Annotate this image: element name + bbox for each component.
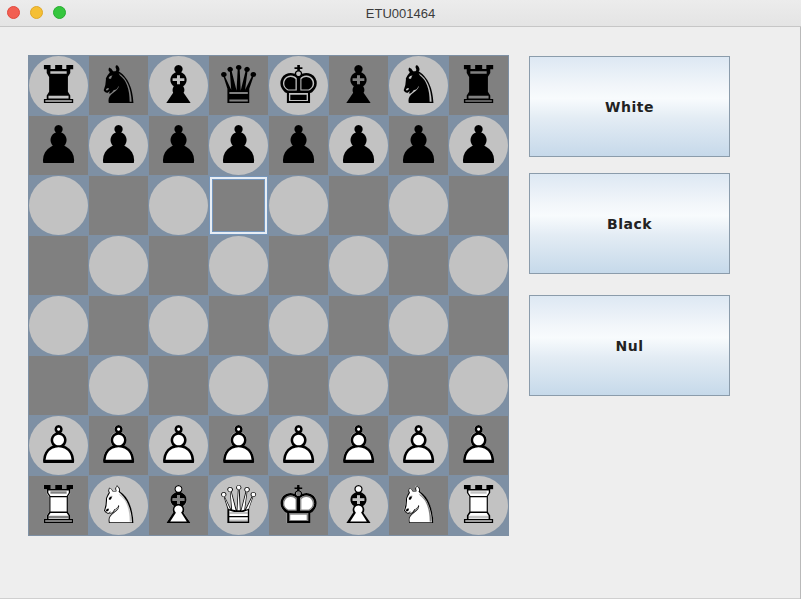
square-g8[interactable]: ♞︎ [389,56,448,115]
piece-white-knight[interactable]: ♘︎ [89,476,148,535]
square-e7[interactable]: ♟︎ [269,116,328,175]
square-c1[interactable]: ♝︎♗︎ [149,476,208,535]
piece-black-pawn[interactable]: ♟︎ [89,116,148,175]
square-b3[interactable] [89,356,148,415]
piece-black-pawn[interactable]: ♟︎ [329,116,388,175]
window-title: ETU001464 [0,0,801,26]
square-f8[interactable]: ♝︎ [329,56,388,115]
square-d5[interactable] [209,236,268,295]
square-d8[interactable]: ♛︎ [209,56,268,115]
piece-white-rook[interactable]: ♖︎ [449,476,508,535]
square-d3[interactable] [209,356,268,415]
square-c8[interactable]: ♝︎ [149,56,208,115]
piece-black-rook[interactable]: ♜︎ [449,56,508,115]
piece-white-pawn[interactable]: ♙︎ [269,416,328,475]
square-g5[interactable] [389,236,448,295]
square-a4[interactable] [29,296,88,355]
square-e2[interactable]: ♟︎♙︎ [269,416,328,475]
piece-white-pawn[interactable]: ♙︎ [389,416,448,475]
square-f6[interactable] [329,176,388,235]
square-d4[interactable] [209,296,268,355]
piece-black-knight[interactable]: ♞︎ [389,56,448,115]
piece-white-king[interactable]: ♔︎ [269,476,328,535]
square-g6[interactable] [389,176,448,235]
chess-board: ♜︎♞︎♝︎♛︎♚︎♝︎♞︎♜︎♟︎♟︎♟︎♟︎♟︎♟︎♟︎♟︎♟︎♙︎♟︎♙︎… [28,55,509,536]
square-f2[interactable]: ♟︎♙︎ [329,416,388,475]
piece-black-knight[interactable]: ♞︎ [89,56,148,115]
square-c3[interactable] [149,356,208,415]
square-a3[interactable] [29,356,88,415]
square-f1[interactable]: ♝︎♗︎ [329,476,388,535]
square-c2[interactable]: ♟︎♙︎ [149,416,208,475]
square-a7[interactable]: ♟︎ [29,116,88,175]
square-b8[interactable]: ♞︎ [89,56,148,115]
square-g7[interactable]: ♟︎ [389,116,448,175]
app-window: ETU001464 ♜︎♞︎♝︎♛︎♚︎♝︎♞︎♜︎♟︎♟︎♟︎♟︎♟︎♟︎♟︎… [0,0,801,599]
piece-white-rook[interactable]: ♖︎ [29,476,88,535]
piece-black-queen[interactable]: ♛︎ [209,56,268,115]
square-h1[interactable]: ♜︎♖︎ [449,476,508,535]
piece-white-pawn[interactable]: ♙︎ [329,416,388,475]
square-b5[interactable] [89,236,148,295]
square-e5[interactable] [269,236,328,295]
square-a2[interactable]: ♟︎♙︎ [29,416,88,475]
square-b7[interactable]: ♟︎ [89,116,148,175]
piece-white-queen[interactable]: ♕︎ [209,476,268,535]
square-e4[interactable] [269,296,328,355]
square-h7[interactable]: ♟︎ [449,116,508,175]
square-b2[interactable]: ♟︎♙︎ [89,416,148,475]
square-h5[interactable] [449,236,508,295]
square-d2[interactable]: ♟︎♙︎ [209,416,268,475]
title-bar: ETU001464 [0,0,801,27]
piece-white-pawn[interactable]: ♙︎ [149,416,208,475]
piece-black-bishop[interactable]: ♝︎ [149,56,208,115]
black-button[interactable]: Black [529,173,730,274]
square-h6[interactable] [449,176,508,235]
piece-black-bishop[interactable]: ♝︎ [329,56,388,115]
piece-white-bishop[interactable]: ♗︎ [329,476,388,535]
piece-black-pawn[interactable]: ♟︎ [149,116,208,175]
square-h4[interactable] [449,296,508,355]
piece-white-pawn[interactable]: ♙︎ [209,416,268,475]
square-e3[interactable] [269,356,328,415]
square-e8[interactable]: ♚︎ [269,56,328,115]
piece-black-pawn[interactable]: ♟︎ [269,116,328,175]
square-c6[interactable] [149,176,208,235]
piece-white-knight[interactable]: ♘︎ [389,476,448,535]
piece-white-bishop[interactable]: ♗︎ [149,476,208,535]
square-a1[interactable]: ♜︎♖︎ [29,476,88,535]
square-a5[interactable] [29,236,88,295]
square-b1[interactable]: ♞︎♘︎ [89,476,148,535]
square-a6[interactable] [29,176,88,235]
square-h8[interactable]: ♜︎ [449,56,508,115]
square-c5[interactable] [149,236,208,295]
square-c4[interactable] [149,296,208,355]
piece-white-pawn[interactable]: ♙︎ [449,416,508,475]
square-e1[interactable]: ♚︎♔︎ [269,476,328,535]
square-c7[interactable]: ♟︎ [149,116,208,175]
square-f7[interactable]: ♟︎ [329,116,388,175]
square-d6[interactable] [209,176,268,235]
piece-black-king[interactable]: ♚︎ [269,56,328,115]
square-g1[interactable]: ♞︎♘︎ [389,476,448,535]
piece-black-pawn[interactable]: ♟︎ [209,116,268,175]
square-a8[interactable]: ♜︎ [29,56,88,115]
square-g2[interactable]: ♟︎♙︎ [389,416,448,475]
white-button[interactable]: White [529,56,730,157]
square-b6[interactable] [89,176,148,235]
square-h2[interactable]: ♟︎♙︎ [449,416,508,475]
square-d1[interactable]: ♛︎♕︎ [209,476,268,535]
piece-black-pawn[interactable]: ♟︎ [389,116,448,175]
square-g3[interactable] [389,356,448,415]
piece-white-pawn[interactable]: ♙︎ [89,416,148,475]
square-g4[interactable] [389,296,448,355]
nul-button[interactable]: Nul [529,295,730,396]
square-f3[interactable] [329,356,388,415]
square-f5[interactable] [329,236,388,295]
square-d7[interactable]: ♟︎ [209,116,268,175]
square-e6[interactable] [269,176,328,235]
square-h3[interactable] [449,356,508,415]
piece-black-rook[interactable]: ♜︎ [29,56,88,115]
piece-white-pawn[interactable]: ♙︎ [29,416,88,475]
square-f4[interactable] [329,296,388,355]
square-b4[interactable] [89,296,148,355]
piece-black-pawn[interactable]: ♟︎ [29,116,88,175]
piece-black-pawn[interactable]: ♟︎ [449,116,508,175]
